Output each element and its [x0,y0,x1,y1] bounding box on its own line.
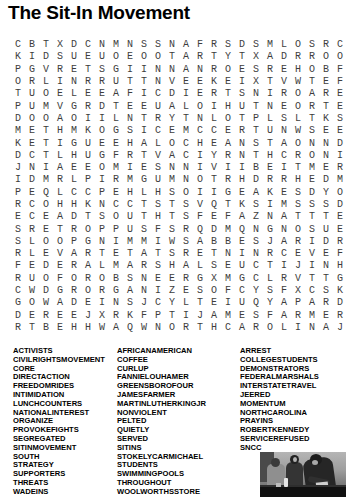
grid-cell[interactable]: A [277,137,291,149]
grid-cell[interactable]: O [25,297,39,309]
grid-cell[interactable]: A [277,297,291,309]
grid-cell[interactable]: M [263,39,277,51]
grid-cell[interactable]: H [53,125,67,137]
grid-cell[interactable]: T [249,125,263,137]
grid-cell[interactable]: H [123,187,137,199]
grid-cell[interactable]: F [53,273,67,285]
grid-cell[interactable]: I [137,64,151,76]
grid-cell[interactable]: A [81,260,95,272]
grid-cell[interactable]: R [193,51,207,63]
grid-cell[interactable]: A [123,260,137,272]
grid-cell[interactable]: I [235,248,249,260]
grid-cell[interactable]: C [123,199,137,211]
grid-cell[interactable]: S [151,199,165,211]
grid-cell[interactable]: Q [207,199,221,211]
grid-cell[interactable]: V [291,273,305,285]
grid-cell[interactable]: W [291,125,305,137]
grid-cell[interactable]: A [53,113,67,125]
grid-cell[interactable]: L [207,113,221,125]
grid-cell[interactable]: N [305,137,319,149]
grid-cell[interactable]: S [193,285,207,297]
grid-cell[interactable]: S [305,125,319,137]
grid-cell[interactable]: T [319,211,333,223]
grid-cell[interactable]: B [109,273,123,285]
grid-cell[interactable]: T [123,76,137,88]
grid-cell[interactable]: R [249,322,263,334]
grid-cell[interactable]: F [333,64,347,76]
grid-cell[interactable]: K [333,285,347,297]
grid-cell[interactable]: Z [165,285,179,297]
grid-cell[interactable]: C [25,211,39,223]
grid-cell[interactable]: G [109,64,123,76]
grid-cell[interactable]: C [151,125,165,137]
grid-cell[interactable]: E [67,64,81,76]
grid-cell[interactable]: M [137,236,151,248]
grid-cell[interactable]: T [305,211,319,223]
grid-cell[interactable]: J [11,162,25,174]
grid-cell[interactable]: M [333,174,347,186]
grid-cell[interactable]: O [109,211,123,223]
grid-cell[interactable]: B [249,162,263,174]
grid-cell[interactable]: J [137,297,151,309]
grid-cell[interactable]: U [123,223,137,235]
grid-cell[interactable]: O [137,51,151,63]
grid-cell[interactable]: O [291,223,305,235]
grid-cell[interactable]: R [95,285,109,297]
grid-cell[interactable]: E [53,260,67,272]
grid-cell[interactable]: M [221,223,235,235]
grid-cell[interactable]: P [291,297,305,309]
grid-cell[interactable]: D [39,260,53,272]
grid-cell[interactable]: T [263,76,277,88]
grid-cell[interactable]: N [165,64,179,76]
grid-cell[interactable]: N [319,137,333,149]
grid-cell[interactable]: C [277,248,291,260]
grid-cell[interactable]: A [53,211,67,223]
grid-cell[interactable]: G [235,273,249,285]
grid-cell[interactable]: O [179,187,193,199]
grid-cell[interactable]: U [25,100,39,112]
grid-cell[interactable]: N [263,100,277,112]
grid-cell[interactable]: N [151,64,165,76]
grid-cell[interactable]: R [221,174,235,186]
grid-cell[interactable]: D [319,236,333,248]
grid-cell[interactable]: L [179,297,193,309]
grid-cell[interactable]: L [53,150,67,162]
grid-cell[interactable]: E [319,76,333,88]
grid-cell[interactable]: E [319,248,333,260]
grid-cell[interactable]: I [235,76,249,88]
grid-cell[interactable]: C [11,39,25,51]
grid-cell[interactable]: O [81,285,95,297]
grid-cell[interactable]: A [235,322,249,334]
grid-cell[interactable]: I [137,125,151,137]
grid-cell[interactable]: A [137,248,151,260]
grid-cell[interactable]: D [11,150,25,162]
grid-cell[interactable]: E [333,88,347,100]
grid-cell[interactable]: L [67,88,81,100]
grid-cell[interactable]: H [263,150,277,162]
grid-cell[interactable]: H [207,322,221,334]
grid-cell[interactable]: O [95,273,109,285]
grid-cell[interactable]: H [165,260,179,272]
grid-cell[interactable]: S [123,273,137,285]
grid-cell[interactable]: U [95,51,109,63]
grid-cell[interactable]: E [39,248,53,260]
grid-cell[interactable]: A [123,285,137,297]
grid-cell[interactable]: M [305,162,319,174]
grid-cell[interactable]: C [179,150,193,162]
grid-cell[interactable]: B [25,39,39,51]
grid-cell[interactable]: A [193,236,207,248]
grid-cell[interactable]: O [221,113,235,125]
grid-cell[interactable]: O [263,322,277,334]
grid-cell[interactable]: E [333,125,347,137]
grid-cell[interactable]: A [137,137,151,149]
grid-cell[interactable]: A [235,211,249,223]
grid-cell[interactable]: S [305,199,319,211]
grid-cell[interactable]: E [25,310,39,322]
grid-cell[interactable]: T [39,125,53,137]
grid-cell[interactable]: I [123,64,137,76]
grid-cell[interactable]: E [25,260,39,272]
grid-cell[interactable]: O [291,39,305,51]
grid-cell[interactable]: S [11,236,25,248]
grid-cell[interactable]: C [81,187,95,199]
grid-cell[interactable]: S [151,162,165,174]
grid-cell[interactable]: O [67,273,81,285]
grid-cell[interactable]: S [263,285,277,297]
grid-cell[interactable]: A [109,322,123,334]
grid-cell[interactable]: P [95,187,109,199]
grid-cell[interactable]: P [11,64,25,76]
grid-cell[interactable]: Y [249,285,263,297]
grid-cell[interactable]: V [305,248,319,260]
grid-cell[interactable]: E [123,100,137,112]
grid-cell[interactable]: I [263,88,277,100]
grid-cell[interactable]: E [291,248,305,260]
grid-cell[interactable]: G [95,150,109,162]
grid-cell[interactable]: C [151,297,165,309]
grid-cell[interactable]: A [249,187,263,199]
grid-cell[interactable]: E [151,273,165,285]
grid-cell[interactable]: R [207,88,221,100]
grid-cell[interactable]: O [151,51,165,63]
grid-cell[interactable]: I [179,310,193,322]
grid-cell[interactable]: C [179,137,193,149]
grid-cell[interactable]: T [207,174,221,186]
grid-cell[interactable]: T [137,113,151,125]
grid-cell[interactable]: L [179,100,193,112]
grid-cell[interactable]: L [277,322,291,334]
grid-cell[interactable]: A [67,248,81,260]
grid-cell[interactable]: D [319,174,333,186]
grid-cell[interactable]: R [137,260,151,272]
grid-cell[interactable]: A [263,51,277,63]
grid-cell[interactable]: H [151,187,165,199]
grid-cell[interactable]: R [81,248,95,260]
grid-cell[interactable]: L [193,260,207,272]
grid-cell[interactable]: E [81,162,95,174]
grid-cell[interactable]: R [319,39,333,51]
grid-cell[interactable]: Q [235,223,249,235]
grid-cell[interactable]: O [221,64,235,76]
grid-cell[interactable]: E [95,137,109,149]
grid-cell[interactable]: O [109,51,123,63]
grid-cell[interactable]: S [123,297,137,309]
grid-cell[interactable]: E [263,162,277,174]
grid-cell[interactable]: N [221,248,235,260]
grid-cell[interactable]: H [67,150,81,162]
grid-cell[interactable]: S [179,236,193,248]
grid-cell[interactable]: I [95,174,109,186]
grid-cell[interactable]: J [81,310,95,322]
grid-cell[interactable]: A [277,236,291,248]
grid-cell[interactable]: T [137,76,151,88]
grid-cell[interactable]: G [11,297,25,309]
grid-cell[interactable]: A [305,88,319,100]
grid-cell[interactable]: T [165,51,179,63]
grid-cell[interactable]: E [179,76,193,88]
grid-cell[interactable]: F [109,150,123,162]
grid-cell[interactable]: U [235,297,249,309]
grid-cell[interactable]: S [207,260,221,272]
grid-cell[interactable]: E [11,211,25,223]
grid-cell[interactable]: U [123,211,137,223]
grid-cell[interactable]: X [207,273,221,285]
grid-cell[interactable]: D [207,223,221,235]
grid-cell[interactable]: U [25,88,39,100]
grid-cell[interactable]: P [81,174,95,186]
grid-cell[interactable]: A [207,310,221,322]
grid-cell[interactable]: S [137,39,151,51]
grid-cell[interactable]: M [109,260,123,272]
grid-cell[interactable]: L [137,187,151,199]
grid-cell[interactable]: I [207,100,221,112]
grid-cell[interactable]: E [319,162,333,174]
grid-cell[interactable]: L [277,39,291,51]
grid-cell[interactable]: O [81,223,95,235]
grid-cell[interactable]: R [263,64,277,76]
grid-cell[interactable]: S [137,223,151,235]
grid-cell[interactable]: N [137,273,151,285]
grid-cell[interactable]: G [109,125,123,137]
grid-cell[interactable]: R [123,150,137,162]
grid-cell[interactable]: P [249,113,263,125]
grid-cell[interactable]: W [39,297,53,309]
grid-cell[interactable]: I [221,297,235,309]
grid-cell[interactable]: A [277,310,291,322]
grid-cell[interactable]: T [95,248,109,260]
grid-cell[interactable]: R [291,51,305,63]
grid-cell[interactable]: L [263,113,277,125]
grid-cell[interactable]: F [11,260,25,272]
grid-cell[interactable]: N [109,297,123,309]
grid-cell[interactable]: X [53,39,67,51]
grid-cell[interactable]: C [249,260,263,272]
grid-cell[interactable]: I [151,236,165,248]
grid-cell[interactable]: N [235,137,249,149]
grid-cell[interactable]: L [151,137,165,149]
grid-cell[interactable]: E [67,162,81,174]
grid-cell[interactable]: R [81,76,95,88]
grid-cell[interactable]: S [305,39,319,51]
grid-cell[interactable]: R [235,125,249,137]
grid-cell[interactable]: K [123,310,137,322]
grid-cell[interactable]: S [319,199,333,211]
grid-cell[interactable]: R [67,223,81,235]
grid-cell[interactable]: J [333,322,347,334]
grid-cell[interactable]: T [193,297,207,309]
grid-cell[interactable]: L [291,113,305,125]
grid-cell[interactable]: G [109,285,123,297]
grid-cell[interactable]: R [291,236,305,248]
grid-cell[interactable]: N [151,76,165,88]
grid-cell[interactable]: F [193,211,207,223]
grid-cell[interactable]: G [137,174,151,186]
grid-cell[interactable]: I [235,162,249,174]
grid-cell[interactable]: H [81,322,95,334]
grid-cell[interactable]: D [235,39,249,51]
grid-cell[interactable]: D [39,51,53,63]
grid-cell[interactable]: S [333,113,347,125]
grid-cell[interactable]: L [263,273,277,285]
grid-cell[interactable]: T [39,150,53,162]
grid-cell[interactable]: T [11,88,25,100]
grid-cell[interactable]: T [137,150,151,162]
grid-cell[interactable]: O [11,76,25,88]
grid-cell[interactable]: R [53,64,67,76]
grid-cell[interactable]: R [53,174,67,186]
grid-cell[interactable]: W [25,285,39,297]
grid-cell[interactable]: V [207,162,221,174]
grid-cell[interactable]: H [67,199,81,211]
grid-cell[interactable]: T [81,64,95,76]
grid-cell[interactable]: L [67,174,81,186]
grid-cell[interactable]: D [333,199,347,211]
grid-cell[interactable]: I [263,199,277,211]
grid-cell[interactable]: N [179,162,193,174]
grid-cell[interactable]: V [39,64,53,76]
grid-cell[interactable]: I [305,260,319,272]
grid-cell[interactable]: O [207,285,221,297]
grid-cell[interactable]: N [193,113,207,125]
grid-cell[interactable]: C [11,285,25,297]
grid-cell[interactable]: I [151,285,165,297]
grid-cell[interactable]: T [53,223,67,235]
grid-cell[interactable]: S [291,187,305,199]
grid-cell[interactable]: N [95,39,109,51]
grid-cell[interactable]: I [277,162,291,174]
grid-cell[interactable]: N [95,236,109,248]
grid-cell[interactable]: D [67,297,81,309]
grid-cell[interactable]: H [123,137,137,149]
grid-cell[interactable]: S [305,223,319,235]
grid-cell[interactable]: E [137,162,151,174]
grid-cell[interactable]: X [291,285,305,297]
grid-cell[interactable]: R [25,223,39,235]
grid-cell[interactable]: R [263,174,277,186]
grid-cell[interactable]: E [95,88,109,100]
grid-cell[interactable]: E [53,88,67,100]
grid-cell[interactable]: T [151,248,165,260]
grid-cell[interactable]: S [165,223,179,235]
grid-cell[interactable]: R [291,150,305,162]
grid-cell[interactable]: E [179,285,193,297]
grid-cell[interactable]: S [151,39,165,51]
grid-cell[interactable]: C [25,199,39,211]
grid-cell[interactable]: I [11,174,25,186]
grid-cell[interactable]: E [235,310,249,322]
grid-cell[interactable]: H [291,174,305,186]
grid-cell[interactable]: T [137,211,151,223]
grid-cell[interactable]: E [193,248,207,260]
grid-cell[interactable]: A [179,51,193,63]
grid-cell[interactable]: I [179,88,193,100]
grid-cell[interactable]: T [179,113,193,125]
grid-cell[interactable]: M [179,125,193,137]
grid-cell[interactable]: S [95,211,109,223]
grid-cell[interactable]: U [319,223,333,235]
grid-cell[interactable]: R [151,113,165,125]
grid-cell[interactable]: G [263,223,277,235]
grid-cell[interactable]: I [95,113,109,125]
grid-cell[interactable]: Z [249,211,263,223]
grid-cell[interactable]: D [67,39,81,51]
grid-cell[interactable]: A [53,297,67,309]
grid-cell[interactable]: F [221,211,235,223]
grid-cell[interactable]: H [193,137,207,149]
grid-cell[interactable]: E [193,76,207,88]
grid-cell[interactable]: T [319,100,333,112]
grid-cell[interactable]: S [235,88,249,100]
grid-cell[interactable]: S [249,64,263,76]
grid-cell[interactable]: E [25,187,39,199]
grid-cell[interactable]: C [235,285,249,297]
grid-cell[interactable]: A [109,88,123,100]
grid-cell[interactable]: P [11,100,25,112]
grid-cell[interactable]: T [109,100,123,112]
grid-cell[interactable]: C [305,285,319,297]
grid-cell[interactable]: S [249,39,263,51]
grid-cell[interactable]: S [249,199,263,211]
grid-cell[interactable]: B [207,236,221,248]
grid-cell[interactable]: U [109,76,123,88]
grid-cell[interactable]: F [277,285,291,297]
grid-cell[interactable]: G [221,187,235,199]
grid-cell[interactable]: L [53,187,67,199]
grid-cell[interactable]: L [25,248,39,260]
grid-cell[interactable]: T [123,248,137,260]
grid-cell[interactable]: R [305,100,319,112]
grid-cell[interactable]: T [235,51,249,63]
grid-cell[interactable]: E [67,310,81,322]
grid-cell[interactable]: R [319,297,333,309]
grid-cell[interactable]: E [109,187,123,199]
grid-cell[interactable]: R [11,199,25,211]
grid-cell[interactable]: R [207,39,221,51]
grid-cell[interactable]: I [81,113,95,125]
grid-cell[interactable]: K [81,125,95,137]
grid-cell[interactable]: E [277,100,291,112]
grid-cell[interactable]: T [165,310,179,322]
grid-cell[interactable]: I [305,236,319,248]
grid-cell[interactable]: E [193,88,207,100]
grid-cell[interactable]: Q [123,322,137,334]
grid-cell[interactable]: T [39,39,53,51]
grid-cell[interactable]: K [319,113,333,125]
grid-cell[interactable]: D [333,137,347,149]
